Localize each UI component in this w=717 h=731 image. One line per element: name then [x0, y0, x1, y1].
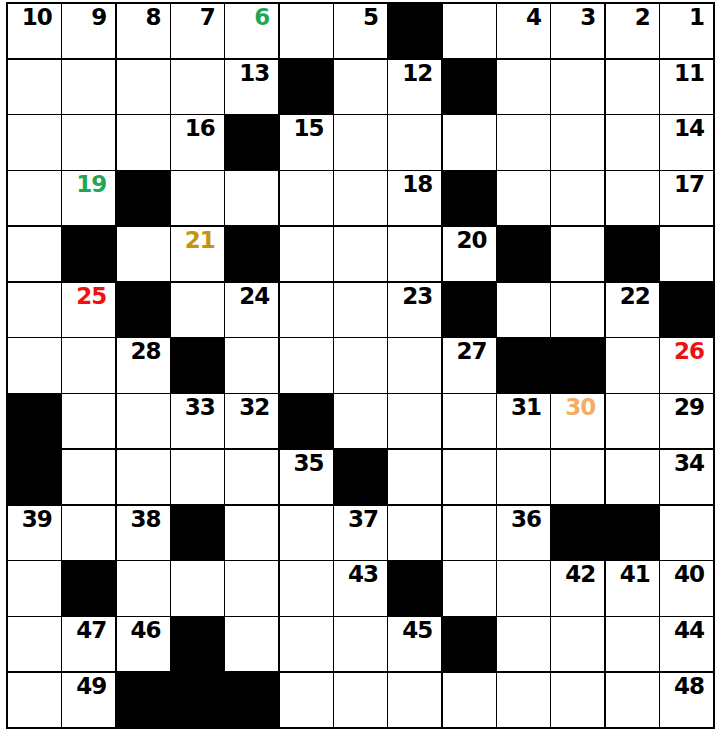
cell-r12-c1[interactable]	[8, 617, 61, 671]
clue-number-14: 14	[674, 116, 704, 141]
clue-number-8: 8	[146, 5, 161, 30]
cell-r9-c5[interactable]	[225, 450, 278, 504]
cell-r3-c2[interactable]	[62, 115, 115, 169]
cell-r10-c5[interactable]	[225, 506, 278, 560]
clue-number-27: 27	[457, 339, 487, 364]
block-cell-r3-c5	[225, 115, 278, 169]
clue-number-38: 38	[131, 507, 161, 532]
block-cell-r9-c7	[334, 450, 387, 504]
cell-r11-c9[interactable]	[443, 561, 496, 615]
cell-r2-c10[interactable]	[497, 60, 550, 114]
block-cell-r10-c11	[551, 506, 604, 560]
cell-r10-c10[interactable]: 36	[497, 506, 550, 560]
cell-r8-c12[interactable]	[606, 394, 659, 448]
clue-number-17: 17	[674, 172, 704, 197]
cell-r7-c7[interactable]	[334, 338, 387, 392]
block-cell-r2-c6	[280, 60, 333, 114]
cell-r9-c3[interactable]	[117, 450, 170, 504]
cell-r9-c11[interactable]	[551, 450, 604, 504]
block-cell-r1-c8	[388, 4, 441, 58]
cell-r10-c9[interactable]	[443, 506, 496, 560]
cell-r1-c6[interactable]	[280, 4, 333, 58]
clue-number-3: 3	[580, 5, 595, 30]
cell-r5-c9[interactable]: 20	[443, 227, 496, 281]
clue-number-33: 33	[185, 395, 215, 420]
clue-number-31: 31	[511, 395, 541, 420]
cell-r10-c1[interactable]: 39	[8, 506, 61, 560]
cell-r11-c6[interactable]	[280, 561, 333, 615]
cell-r11-c7[interactable]: 43	[334, 561, 387, 615]
clue-number-24: 24	[239, 284, 269, 309]
clue-number-6: 6	[254, 5, 269, 30]
cell-r5-c1[interactable]	[8, 227, 61, 281]
block-cell-r12-c9	[443, 617, 496, 671]
block-cell-r5-c12	[606, 227, 659, 281]
cell-r6-c11[interactable]	[551, 283, 604, 337]
cell-r8-c4[interactable]: 33	[171, 394, 224, 448]
cell-r2-c4[interactable]	[171, 60, 224, 114]
cell-r12-c7[interactable]	[334, 617, 387, 671]
cell-r2-c11[interactable]	[551, 60, 604, 114]
clue-number-10: 10	[22, 5, 52, 30]
cell-r3-c4[interactable]: 16	[171, 115, 224, 169]
cell-r1-c5[interactable]: 6	[225, 4, 278, 58]
cell-r7-c5[interactable]	[225, 338, 278, 392]
clue-number-40: 40	[674, 562, 704, 587]
cell-r3-c7[interactable]	[334, 115, 387, 169]
clue-number-23: 23	[402, 284, 432, 309]
cell-r2-c7[interactable]	[334, 60, 387, 114]
block-cell-r11-c2	[62, 561, 115, 615]
cell-r4-c6[interactable]	[280, 171, 333, 225]
cell-r13-c7[interactable]	[334, 673, 387, 727]
clue-number-35: 35	[294, 451, 324, 476]
cell-r2-c2[interactable]	[62, 60, 115, 114]
clue-number-41: 41	[620, 562, 650, 587]
cell-r11-c5[interactable]	[225, 561, 278, 615]
cell-r11-c11[interactable]: 42	[551, 561, 604, 615]
cell-r7-c2[interactable]	[62, 338, 115, 392]
cell-r3-c3[interactable]	[117, 115, 170, 169]
block-cell-r12-c4	[171, 617, 224, 671]
cell-r7-c8[interactable]	[388, 338, 441, 392]
cell-r10-c6[interactable]	[280, 506, 333, 560]
clue-number-46: 46	[131, 618, 161, 643]
clue-number-11: 11	[674, 61, 704, 86]
clue-number-25: 25	[76, 284, 106, 309]
clue-number-15: 15	[294, 116, 324, 141]
block-cell-r4-c3	[117, 171, 170, 225]
cell-r7-c12[interactable]	[606, 338, 659, 392]
cell-r2-c1[interactable]	[8, 60, 61, 114]
cell-r1-c7[interactable]: 5	[334, 4, 387, 58]
cell-r13-c1[interactable]	[8, 673, 61, 727]
cell-r10-c7[interactable]: 37	[334, 506, 387, 560]
cell-r4-c4[interactable]	[171, 171, 224, 225]
cell-r9-c2[interactable]	[62, 450, 115, 504]
clue-number-26: 26	[674, 339, 704, 364]
cell-r2-c5[interactable]: 13	[225, 60, 278, 114]
clue-number-44: 44	[674, 618, 704, 643]
cell-r12-c12[interactable]	[606, 617, 659, 671]
clue-number-19: 19	[76, 172, 106, 197]
cell-r1-c2[interactable]: 9	[62, 4, 115, 58]
cell-r6-c12[interactable]: 22	[606, 283, 659, 337]
cell-r8-c10[interactable]: 31	[497, 394, 550, 448]
block-cell-r6-c9	[443, 283, 496, 337]
cell-r1-c13[interactable]: 1	[660, 4, 713, 58]
clue-number-22: 22	[620, 284, 650, 309]
cell-r10-c8[interactable]	[388, 506, 441, 560]
cell-r5-c3[interactable]	[117, 227, 170, 281]
cell-r1-c10[interactable]: 4	[497, 4, 550, 58]
clue-number-45: 45	[402, 618, 432, 643]
cell-r3-c13[interactable]: 14	[660, 115, 713, 169]
clue-number-9: 9	[91, 5, 106, 30]
cell-r9-c8[interactable]	[388, 450, 441, 504]
cell-r1-c12[interactable]: 2	[606, 4, 659, 58]
clue-number-30: 30	[565, 395, 595, 420]
block-cell-r9-c1	[8, 450, 61, 504]
cell-r7-c13[interactable]: 26	[660, 338, 713, 392]
cell-r4-c12[interactable]	[606, 171, 659, 225]
cell-r1-c9[interactable]	[443, 4, 496, 58]
cell-r9-c12[interactable]	[606, 450, 659, 504]
block-cell-r7-c4	[171, 338, 224, 392]
cell-r9-c4[interactable]	[171, 450, 224, 504]
cell-r6-c4[interactable]	[171, 283, 224, 337]
block-cell-r13-c3	[117, 673, 170, 727]
clue-number-36: 36	[511, 507, 541, 532]
cell-r3-c1[interactable]	[8, 115, 61, 169]
cell-r9-c10[interactable]	[497, 450, 550, 504]
cell-r13-c12[interactable]	[606, 673, 659, 727]
block-cell-r8-c1	[8, 394, 61, 448]
clue-number-32: 32	[239, 395, 269, 420]
clue-number-49: 49	[76, 674, 106, 699]
cell-r12-c8[interactable]: 45	[388, 617, 441, 671]
clue-number-39: 39	[22, 507, 52, 532]
cell-r4-c1[interactable]	[8, 171, 61, 225]
cell-r8-c8[interactable]	[388, 394, 441, 448]
block-cell-r4-c9	[443, 171, 496, 225]
block-cell-r11-c8	[388, 561, 441, 615]
clue-number-7: 7	[200, 5, 215, 30]
cell-r1-c3[interactable]: 8	[117, 4, 170, 58]
cell-r11-c12[interactable]: 41	[606, 561, 659, 615]
cell-r8-c5[interactable]: 32	[225, 394, 278, 448]
cell-r6-c10[interactable]	[497, 283, 550, 337]
cell-r12-c10[interactable]	[497, 617, 550, 671]
cell-r6-c7[interactable]	[334, 283, 387, 337]
cell-r5-c8[interactable]	[388, 227, 441, 281]
clue-number-43: 43	[348, 562, 378, 587]
cell-r2-c13[interactable]: 11	[660, 60, 713, 114]
clue-number-4: 4	[526, 5, 541, 30]
cell-r7-c1[interactable]	[8, 338, 61, 392]
cell-r4-c8[interactable]: 18	[388, 171, 441, 225]
cell-r2-c12[interactable]	[606, 60, 659, 114]
clue-number-37: 37	[348, 507, 378, 532]
clue-number-34: 34	[674, 451, 704, 476]
block-cell-r7-c11	[551, 338, 604, 392]
cell-r6-c8[interactable]: 23	[388, 283, 441, 337]
cell-r13-c13[interactable]: 48	[660, 673, 713, 727]
cell-r12-c3[interactable]: 46	[117, 617, 170, 671]
cell-r8-c3[interactable]	[117, 394, 170, 448]
cell-r6-c6[interactable]	[280, 283, 333, 337]
cell-r4-c5[interactable]	[225, 171, 278, 225]
cell-r3-c9[interactable]	[443, 115, 496, 169]
block-cell-r5-c2	[62, 227, 115, 281]
clue-number-48: 48	[674, 674, 704, 699]
cell-r1-c4[interactable]: 7	[171, 4, 224, 58]
cell-r5-c11[interactable]	[551, 227, 604, 281]
block-cell-r5-c10	[497, 227, 550, 281]
cell-r10-c3[interactable]: 38	[117, 506, 170, 560]
cell-r12-c6[interactable]	[280, 617, 333, 671]
clue-number-20: 20	[457, 228, 487, 253]
cell-r11-c3[interactable]	[117, 561, 170, 615]
clue-number-42: 42	[565, 562, 595, 587]
block-cell-r7-c10	[497, 338, 550, 392]
cell-r8-c2[interactable]	[62, 394, 115, 448]
cell-r4-c7[interactable]	[334, 171, 387, 225]
cell-r3-c8[interactable]	[388, 115, 441, 169]
cell-r9-c13[interactable]: 34	[660, 450, 713, 504]
cell-r9-c6[interactable]: 35	[280, 450, 333, 504]
cell-r6-c5[interactable]: 24	[225, 283, 278, 337]
cell-r13-c11[interactable]	[551, 673, 604, 727]
cell-r12-c13[interactable]: 44	[660, 617, 713, 671]
block-cell-r2-c9	[443, 60, 496, 114]
cell-r5-c13[interactable]	[660, 227, 713, 281]
cell-r3-c10[interactable]	[497, 115, 550, 169]
cell-r11-c4[interactable]	[171, 561, 224, 615]
cell-r8-c11[interactable]: 30	[551, 394, 604, 448]
cell-r13-c8[interactable]	[388, 673, 441, 727]
cell-r8-c9[interactable]	[443, 394, 496, 448]
cell-r8-c13[interactable]: 29	[660, 394, 713, 448]
clue-number-47: 47	[76, 618, 106, 643]
cell-r6-c1[interactable]	[8, 283, 61, 337]
cell-r13-c10[interactable]	[497, 673, 550, 727]
cell-r3-c12[interactable]	[606, 115, 659, 169]
cell-r4-c10[interactable]	[497, 171, 550, 225]
cell-r5-c7[interactable]	[334, 227, 387, 281]
cell-r8-c7[interactable]	[334, 394, 387, 448]
cell-r11-c1[interactable]	[8, 561, 61, 615]
clue-number-13: 13	[239, 61, 269, 86]
cell-r3-c11[interactable]	[551, 115, 604, 169]
cell-r4-c2[interactable]: 19	[62, 171, 115, 225]
block-cell-r6-c13	[660, 283, 713, 337]
cell-r1-c1[interactable]: 10	[8, 4, 61, 58]
cell-r9-c9[interactable]	[443, 450, 496, 504]
block-cell-r10-c4	[171, 506, 224, 560]
cell-r2-c8[interactable]: 12	[388, 60, 441, 114]
block-cell-r10-c12	[606, 506, 659, 560]
clue-number-2: 2	[635, 5, 650, 30]
clue-number-16: 16	[185, 116, 215, 141]
block-cell-r8-c6	[280, 394, 333, 448]
cell-r13-c6[interactable]	[280, 673, 333, 727]
cell-r5-c4[interactable]: 21	[171, 227, 224, 281]
cell-r7-c9[interactable]: 27	[443, 338, 496, 392]
cell-r6-c2[interactable]: 25	[62, 283, 115, 337]
cell-r11-c13[interactable]: 40	[660, 561, 713, 615]
cell-r1-c11[interactable]: 3	[551, 4, 604, 58]
cell-r12-c11[interactable]	[551, 617, 604, 671]
clue-number-28: 28	[131, 339, 161, 364]
cell-r12-c5[interactable]	[225, 617, 278, 671]
clue-number-1: 1	[689, 5, 704, 30]
cell-r12-c2[interactable]: 47	[62, 617, 115, 671]
block-cell-r13-c4	[171, 673, 224, 727]
cell-r2-c3[interactable]	[117, 60, 170, 114]
cell-r7-c6[interactable]	[280, 338, 333, 392]
block-cell-r6-c3	[117, 283, 170, 337]
clue-number-5: 5	[363, 5, 378, 30]
cell-r4-c11[interactable]	[551, 171, 604, 225]
cell-r3-c6[interactable]: 15	[280, 115, 333, 169]
cell-r13-c2[interactable]: 49	[62, 673, 115, 727]
block-cell-r5-c5	[225, 227, 278, 281]
clue-number-12: 12	[402, 61, 432, 86]
clue-number-29: 29	[674, 395, 704, 420]
cell-r7-c3[interactable]: 28	[117, 338, 170, 392]
cell-r10-c13[interactable]	[660, 506, 713, 560]
clue-number-18: 18	[402, 172, 432, 197]
crossword-grid: 1098765432113121116151419181721202524232…	[6, 2, 715, 729]
cell-r5-c6[interactable]	[280, 227, 333, 281]
cell-r11-c10[interactable]	[497, 561, 550, 615]
cell-r4-c13[interactable]: 17	[660, 171, 713, 225]
cell-r10-c2[interactable]	[62, 506, 115, 560]
block-cell-r13-c5	[225, 673, 278, 727]
clue-number-21: 21	[185, 228, 215, 253]
cell-r13-c9[interactable]	[443, 673, 496, 727]
